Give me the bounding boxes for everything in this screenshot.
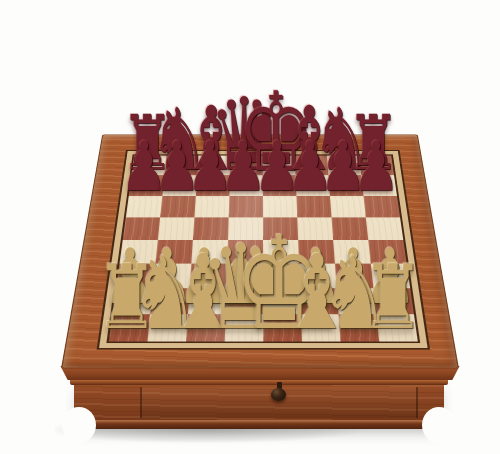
square-h7 <box>361 175 397 196</box>
square-d5 <box>228 217 263 240</box>
square-e5 <box>263 217 298 240</box>
square-d1 <box>225 314 264 341</box>
square-d7 <box>229 175 263 196</box>
square-b6 <box>160 196 196 218</box>
square-f1 <box>301 314 341 341</box>
square-b3 <box>153 264 191 289</box>
square-a7 <box>129 175 165 196</box>
square-g5 <box>331 217 368 240</box>
square-a5 <box>123 217 160 240</box>
square-c6 <box>194 196 229 218</box>
square-h8 <box>359 156 394 176</box>
square-e7 <box>263 175 297 196</box>
square-f4 <box>298 240 335 264</box>
square-h2 <box>373 288 413 314</box>
square-b7 <box>162 175 197 196</box>
board-grid <box>109 156 418 342</box>
base-bottom-molding <box>71 420 447 429</box>
chess-set-photo: ♜♞♝♛♚♝♞♜♟♟♟♟♟♟♟♟♟♟♟♟♟♟♟♟♜♞♝♛♚♝♞♜ <box>0 0 500 454</box>
square-b5 <box>158 217 195 240</box>
square-d8 <box>230 156 263 176</box>
drawer-base <box>74 377 444 429</box>
square-d3 <box>226 264 263 289</box>
square-h3 <box>371 264 410 289</box>
square-c7 <box>196 175 230 196</box>
square-f2 <box>300 288 339 314</box>
chess-board <box>61 134 459 368</box>
square-f8 <box>295 156 329 176</box>
square-a6 <box>126 196 162 218</box>
square-e4 <box>263 240 299 264</box>
square-b2 <box>150 288 189 314</box>
drawer-knob-icon <box>271 388 286 401</box>
square-g8 <box>327 156 361 176</box>
square-h5 <box>366 217 404 240</box>
square-a3 <box>116 264 155 289</box>
square-g7 <box>328 175 363 196</box>
base-right-scallop <box>422 407 456 443</box>
square-g1 <box>339 314 380 341</box>
square-g6 <box>330 196 366 218</box>
square-a4 <box>119 240 157 264</box>
playing-area <box>106 154 420 343</box>
square-c2 <box>188 288 227 314</box>
square-b4 <box>155 240 192 264</box>
base-left-scallop <box>62 407 96 443</box>
square-e3 <box>263 264 300 289</box>
square-c5 <box>193 217 229 240</box>
square-f5 <box>297 217 333 240</box>
square-d6 <box>229 196 263 218</box>
square-f6 <box>296 196 331 218</box>
square-f3 <box>299 264 337 289</box>
square-h4 <box>368 240 406 264</box>
square-g2 <box>337 288 377 314</box>
square-e6 <box>263 196 297 218</box>
square-e1 <box>263 314 302 341</box>
square-d4 <box>227 240 263 264</box>
square-d2 <box>226 288 264 314</box>
square-c4 <box>191 240 228 264</box>
square-e8 <box>263 156 296 176</box>
square-a2 <box>113 288 153 314</box>
square-g3 <box>335 264 374 289</box>
square-g4 <box>333 240 371 264</box>
square-b1 <box>147 314 187 341</box>
square-h1 <box>376 314 418 341</box>
square-c3 <box>190 264 228 289</box>
square-e2 <box>263 288 301 314</box>
square-f7 <box>296 175 330 196</box>
square-h6 <box>363 196 400 218</box>
square-c1 <box>186 314 225 341</box>
square-b8 <box>164 156 198 176</box>
square-a1 <box>109 314 150 341</box>
square-a8 <box>132 156 167 176</box>
square-c8 <box>197 156 230 176</box>
